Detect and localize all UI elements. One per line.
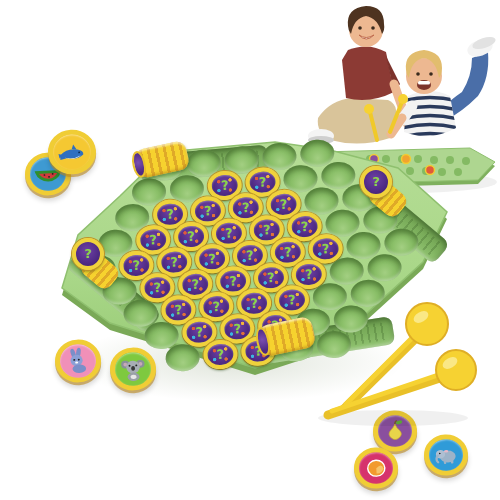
token-orange[interactable] bbox=[353, 446, 399, 489]
socket-with-disc[interactable]: ? bbox=[201, 341, 241, 368]
hammer-2[interactable] bbox=[328, 350, 476, 415]
token-elephant[interactable] bbox=[423, 433, 469, 476]
orange-icon bbox=[361, 454, 391, 482]
shark-icon bbox=[55, 136, 89, 167]
empty-socket[interactable] bbox=[163, 345, 203, 372]
facedown-disc-face: ? bbox=[72, 238, 104, 270]
product-photo: ??????????????????????????????? ? ? bbox=[0, 0, 500, 500]
boy-right bbox=[390, 35, 497, 137]
disc-stack-left[interactable]: ? bbox=[72, 238, 132, 294]
elephant-icon bbox=[431, 441, 461, 469]
disc-stack-right[interactable]: ? bbox=[360, 166, 420, 222]
rabbit-icon bbox=[62, 346, 94, 376]
empty-socket[interactable] bbox=[365, 255, 405, 282]
board-socket bbox=[366, 253, 402, 283]
koala-icon bbox=[117, 354, 149, 384]
empty-socket[interactable] bbox=[381, 229, 421, 256]
hammer-sticks[interactable] bbox=[298, 296, 488, 431]
facedown-disc[interactable]: ? bbox=[202, 339, 238, 371]
board-socket bbox=[383, 227, 419, 257]
facedown-disc-face: ? bbox=[360, 166, 392, 198]
board-socket bbox=[165, 343, 201, 373]
